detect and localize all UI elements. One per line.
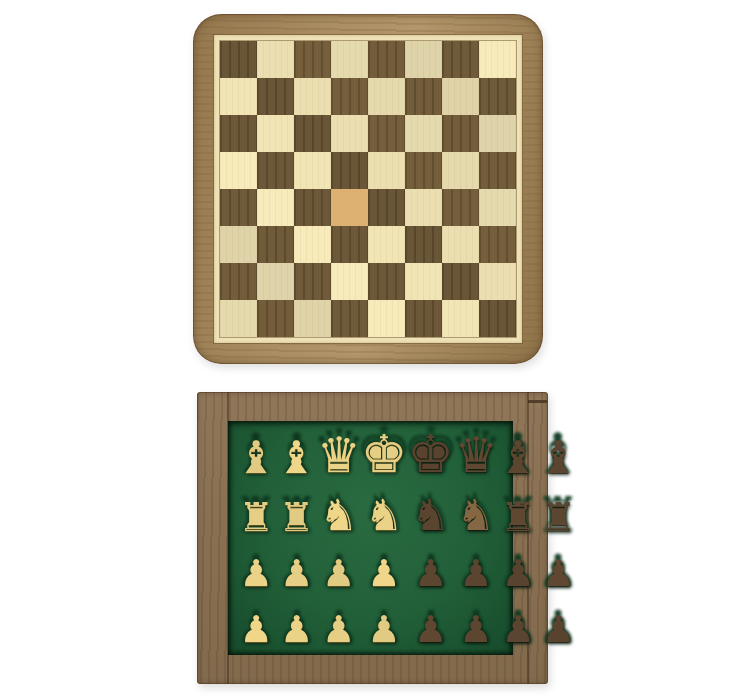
tray-slot: ♚♚ (361, 424, 408, 480)
board-square (331, 115, 368, 152)
board-square (331, 300, 368, 337)
board-squares-grid (220, 41, 516, 337)
tray-piece-black-queen: ♛ (454, 433, 498, 480)
tray-piece-white-pawn: ♟ (367, 612, 400, 647)
board-square (257, 226, 294, 263)
board-square (294, 263, 331, 300)
tray-slot: ♟♟ (276, 591, 316, 647)
product-photo-page: { "game": "chess", "scene": { "descripti… (0, 0, 750, 700)
tray-slot: ♚♚ (407, 424, 454, 480)
tray-piece-black-pawn: ♟ (459, 612, 492, 647)
board-square (220, 263, 257, 300)
board-square (220, 115, 257, 152)
board-square (405, 41, 442, 78)
board-square (257, 263, 294, 300)
tray-slot: ♟♟ (498, 536, 538, 592)
board-square (479, 41, 516, 78)
tray-piece-black-bishop: ♝ (498, 437, 538, 480)
tray-slot: ♟♟ (538, 536, 578, 592)
tray-slot: ♟♟ (361, 536, 408, 592)
board-square (442, 300, 479, 337)
board-square (368, 226, 405, 263)
board-square (479, 152, 516, 189)
board-square (220, 189, 257, 226)
tray-slot: ♜♜ (498, 480, 538, 536)
board-square (257, 115, 294, 152)
tray-slot: ♟♟ (407, 591, 454, 647)
board-square (294, 300, 331, 337)
tray-slot: ♜♜ (276, 480, 316, 536)
board-square (294, 41, 331, 78)
tray-piece-white-pawn: ♟ (322, 556, 355, 591)
board-square (479, 263, 516, 300)
board-square (405, 78, 442, 115)
board-square (294, 115, 331, 152)
board-square (442, 115, 479, 152)
board-square (479, 189, 516, 226)
board-square (294, 189, 331, 226)
board-square (220, 152, 257, 189)
board-square (479, 115, 516, 152)
tray-piece-black-pawn: ♟ (414, 612, 447, 647)
tray-piece-black-rook: ♜ (540, 498, 576, 536)
tray-piece-black-king: ♚ (407, 430, 454, 479)
tray-slot: ♟♟ (236, 536, 276, 592)
tray-pieces-grid: ♝♝♝♝♛♛♚♚♚♚♛♛♝♝♝♝♜♜♜♜♞♞♞♞♞♞♞♞♜♜♜♜♟♟♟♟♟♟♟♟… (236, 424, 505, 647)
tray-piece-black-pawn: ♟ (501, 556, 534, 591)
tray-piece-black-knight: ♞ (411, 495, 450, 536)
board-square (294, 226, 331, 263)
tray-slot: ♜♜ (538, 480, 578, 536)
tray-slot: ♟♟ (407, 536, 454, 592)
tray-slot: ♜♜ (236, 480, 276, 536)
tray-piece-white-pawn: ♟ (322, 612, 355, 647)
board-square (331, 263, 368, 300)
board-square (368, 152, 405, 189)
tray-piece-white-queen: ♛ (317, 433, 361, 480)
chess-board (193, 14, 543, 364)
board-square (257, 300, 294, 337)
tray-slot: ♝♝ (276, 424, 316, 480)
tray-piece-white-pawn: ♟ (367, 556, 400, 591)
tray-slot: ♞♞ (317, 480, 361, 536)
tray-slot: ♟♟ (454, 536, 498, 592)
tray-piece-black-pawn: ♟ (414, 556, 447, 591)
board-square (220, 226, 257, 263)
board-square (442, 152, 479, 189)
tray-slot: ♝♝ (236, 424, 276, 480)
board-inlay-border (214, 35, 522, 343)
board-square (479, 300, 516, 337)
board-square (405, 226, 442, 263)
tray-piece-black-pawn: ♟ (542, 612, 575, 647)
board-square (405, 115, 442, 152)
tray-piece-white-knight: ♞ (319, 495, 358, 536)
board-square (220, 300, 257, 337)
board-square (442, 263, 479, 300)
frame-corner-notch (528, 400, 547, 403)
tray-piece-white-pawn: ♟ (280, 556, 313, 591)
tray-slot: ♟♟ (498, 591, 538, 647)
board-square (257, 189, 294, 226)
tray-slot: ♝♝ (498, 424, 538, 480)
tray-slot: ♟♟ (538, 591, 578, 647)
tray-piece-black-knight: ♞ (457, 495, 496, 536)
tray-felt: ♝♝♝♝♛♛♚♚♚♚♛♛♝♝♝♝♜♜♜♜♞♞♞♞♞♞♞♞♜♜♜♜♟♟♟♟♟♟♟♟… (228, 421, 513, 655)
tray-piece-black-pawn: ♟ (542, 556, 575, 591)
tray-piece-white-rook: ♜ (279, 498, 315, 536)
board-square (220, 78, 257, 115)
tray-piece-white-pawn: ♟ (240, 612, 273, 647)
board-square (331, 189, 368, 226)
board-square (442, 226, 479, 263)
tray-slot: ♛♛ (454, 424, 498, 480)
board-square (257, 78, 294, 115)
tray-slot: ♛♛ (317, 424, 361, 480)
board-square (442, 189, 479, 226)
board-square (294, 78, 331, 115)
tray-piece-white-king: ♚ (361, 430, 408, 479)
board-square (368, 115, 405, 152)
tray-piece-black-bishop: ♝ (538, 437, 578, 480)
tray-piece-white-bishop: ♝ (276, 437, 316, 480)
tray-slot: ♟♟ (454, 591, 498, 647)
tray-slot: ♟♟ (276, 536, 316, 592)
tray-slot: ♞♞ (407, 480, 454, 536)
board-square (368, 263, 405, 300)
board-square (368, 300, 405, 337)
piece-storage-tray: ♝♝♝♝♛♛♚♚♚♚♛♛♝♝♝♝♜♜♜♜♞♞♞♞♞♞♞♞♜♜♜♜♟♟♟♟♟♟♟♟… (197, 392, 548, 684)
tray-piece-white-knight: ♞ (365, 495, 404, 536)
tray-slot: ♟♟ (317, 536, 361, 592)
tray-piece-black-pawn: ♟ (501, 612, 534, 647)
tray-piece-black-rook: ♜ (500, 498, 536, 536)
board-square (368, 189, 405, 226)
board-square (257, 152, 294, 189)
tray-slot: ♟♟ (317, 591, 361, 647)
board-square (220, 41, 257, 78)
board-square (405, 152, 442, 189)
board-square (405, 189, 442, 226)
tray-piece-white-bishop: ♝ (236, 437, 276, 480)
board-square (479, 78, 516, 115)
tray-piece-black-pawn: ♟ (459, 556, 492, 591)
board-square (331, 226, 368, 263)
tray-piece-white-pawn: ♟ (240, 556, 273, 591)
board-square (257, 41, 294, 78)
tray-piece-white-rook: ♜ (238, 498, 274, 536)
board-square (442, 41, 479, 78)
tray-piece-white-pawn: ♟ (280, 612, 313, 647)
tray-slot: ♝♝ (538, 424, 578, 480)
tray-slot: ♞♞ (454, 480, 498, 536)
board-square (405, 300, 442, 337)
board-square (368, 41, 405, 78)
board-square (331, 78, 368, 115)
board-square (331, 41, 368, 78)
board-square (405, 263, 442, 300)
board-square (479, 226, 516, 263)
tray-slot: ♟♟ (361, 591, 408, 647)
board-square (442, 78, 479, 115)
board-square (331, 152, 368, 189)
tray-slot: ♞♞ (361, 480, 408, 536)
tray-slot: ♟♟ (236, 591, 276, 647)
board-square (294, 152, 331, 189)
board-square (368, 78, 405, 115)
